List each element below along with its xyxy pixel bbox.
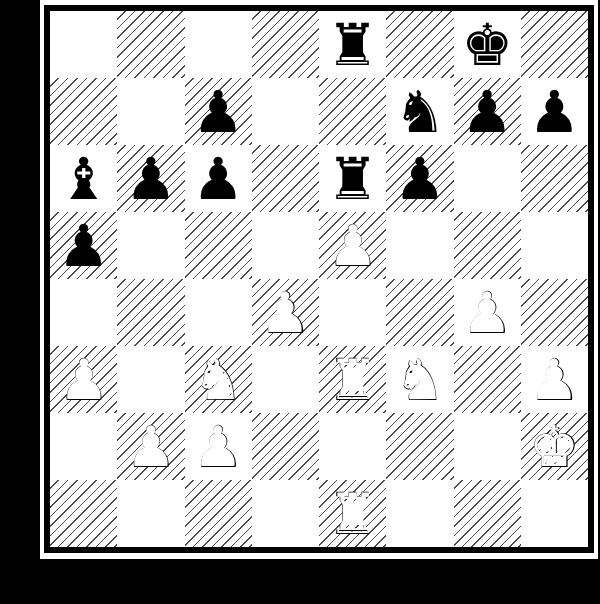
board-border: ♜♚♟♞♟♟♝♟♟♜♟♟♟♙♟♙♟♙♟♙♞♘♜♖♞♘♟♙♟♙♟♙♚♔♜♖ (44, 5, 594, 553)
square-b2[interactable]: ♟♙ (117, 413, 184, 480)
square-a3[interactable]: ♟♙ (50, 346, 117, 413)
square-b8[interactable] (117, 11, 184, 78)
square-d2[interactable] (252, 413, 319, 480)
square-c8[interactable] (185, 11, 252, 78)
square-a1[interactable] (50, 480, 117, 547)
square-a4[interactable] (50, 279, 117, 346)
square-e1[interactable]: ♜♖ (319, 480, 386, 547)
square-h2[interactable]: ♚♔ (521, 413, 588, 480)
piece-white-pawn: ♟♙ (259, 284, 311, 342)
square-d4[interactable]: ♟♙ (252, 279, 319, 346)
piece-black-pawn: ♟ (58, 217, 110, 275)
square-e5[interactable]: ♟♙ (319, 212, 386, 279)
square-g3[interactable] (454, 346, 521, 413)
square-g1[interactable] (454, 480, 521, 547)
piece-black-pawn: ♟ (192, 83, 244, 141)
piece-black-pawn: ♟ (461, 83, 513, 141)
square-a7[interactable] (50, 78, 117, 145)
piece-black-pawn: ♟ (394, 150, 446, 208)
piece-white-rook: ♜♖ (327, 485, 379, 543)
square-e8[interactable]: ♜ (319, 11, 386, 78)
piece-white-king: ♚♔ (528, 418, 580, 476)
square-f3[interactable]: ♞♘ (386, 346, 453, 413)
square-b3[interactable] (117, 346, 184, 413)
square-b5[interactable] (117, 212, 184, 279)
piece-black-bishop: ♝ (58, 150, 110, 208)
square-g4[interactable]: ♟♙ (454, 279, 521, 346)
square-g2[interactable] (454, 413, 521, 480)
square-c7[interactable]: ♟ (185, 78, 252, 145)
square-h4[interactable] (521, 279, 588, 346)
piece-white-knight: ♞♘ (192, 351, 244, 409)
square-g6[interactable] (454, 145, 521, 212)
square-g8[interactable]: ♚ (454, 11, 521, 78)
piece-white-pawn: ♟♙ (125, 418, 177, 476)
square-a2[interactable] (50, 413, 117, 480)
square-e2[interactable] (319, 413, 386, 480)
piece-black-rook: ♜ (327, 150, 379, 208)
square-d5[interactable] (252, 212, 319, 279)
square-h3[interactable]: ♟♙ (521, 346, 588, 413)
piece-white-rook: ♜♖ (327, 351, 379, 409)
square-h1[interactable] (521, 480, 588, 547)
square-f8[interactable] (386, 11, 453, 78)
square-h5[interactable] (521, 212, 588, 279)
square-d1[interactable] (252, 480, 319, 547)
square-h7[interactable]: ♟ (521, 78, 588, 145)
board-frame: ♜♚♟♞♟♟♝♟♟♜♟♟♟♙♟♙♟♙♟♙♞♘♜♖♞♘♟♙♟♙♟♙♚♔♜♖ (40, 0, 598, 559)
square-f5[interactable] (386, 212, 453, 279)
piece-white-pawn: ♟♙ (461, 284, 513, 342)
square-f7[interactable]: ♞ (386, 78, 453, 145)
square-a5[interactable]: ♟ (50, 212, 117, 279)
piece-white-knight: ♞♘ (394, 351, 446, 409)
piece-white-pawn: ♟♙ (528, 351, 580, 409)
square-f1[interactable] (386, 480, 453, 547)
square-d3[interactable] (252, 346, 319, 413)
square-f2[interactable] (386, 413, 453, 480)
square-b6[interactable]: ♟ (117, 145, 184, 212)
chess-board: ♜♚♟♞♟♟♝♟♟♜♟♟♟♙♟♙♟♙♟♙♞♘♜♖♞♘♟♙♟♙♟♙♚♔♜♖ (50, 11, 588, 547)
square-a6[interactable]: ♝ (50, 145, 117, 212)
square-d8[interactable] (252, 11, 319, 78)
square-c5[interactable] (185, 212, 252, 279)
square-h6[interactable] (521, 145, 588, 212)
square-c4[interactable] (185, 279, 252, 346)
square-e4[interactable] (319, 279, 386, 346)
piece-white-pawn: ♟♙ (58, 351, 110, 409)
square-g7[interactable]: ♟ (454, 78, 521, 145)
square-g5[interactable] (454, 212, 521, 279)
square-f6[interactable]: ♟ (386, 145, 453, 212)
square-d6[interactable] (252, 145, 319, 212)
square-a8[interactable] (50, 11, 117, 78)
piece-white-pawn: ♟♙ (327, 217, 379, 275)
square-b4[interactable] (117, 279, 184, 346)
page-background: ♜♚♟♞♟♟♝♟♟♜♟♟♟♙♟♙♟♙♟♙♞♘♜♖♞♘♟♙♟♙♟♙♚♔♜♖ (0, 0, 600, 604)
piece-black-knight: ♞ (394, 83, 446, 141)
square-e6[interactable]: ♜ (319, 145, 386, 212)
square-c3[interactable]: ♞♘ (185, 346, 252, 413)
square-c2[interactable]: ♟♙ (185, 413, 252, 480)
piece-black-pawn: ♟ (192, 150, 244, 208)
piece-black-pawn: ♟ (125, 150, 177, 208)
square-c6[interactable]: ♟ (185, 145, 252, 212)
square-d7[interactable] (252, 78, 319, 145)
square-h8[interactable] (521, 11, 588, 78)
piece-black-pawn: ♟ (528, 83, 580, 141)
square-e3[interactable]: ♜♖ (319, 346, 386, 413)
square-b7[interactable] (117, 78, 184, 145)
piece-black-king: ♚ (461, 16, 513, 74)
square-b1[interactable] (117, 480, 184, 547)
square-c1[interactable] (185, 480, 252, 547)
square-e7[interactable] (319, 78, 386, 145)
piece-white-pawn: ♟♙ (192, 418, 244, 476)
piece-black-rook: ♜ (327, 16, 379, 74)
square-f4[interactable] (386, 279, 453, 346)
